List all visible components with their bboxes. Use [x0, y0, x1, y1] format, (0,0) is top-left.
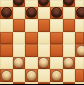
board-square[interactable] — [13, 82, 26, 85]
board-square — [75, 19, 84, 32]
board-square — [75, 57, 84, 70]
board-square — [63, 44, 76, 57]
board-square — [13, 7, 26, 20]
checker-piece-dark[interactable] — [76, 7, 84, 18]
board-square — [13, 44, 26, 57]
board-square — [0, 19, 13, 32]
board-square[interactable] — [75, 69, 84, 82]
board-square — [50, 19, 63, 32]
board-square — [38, 44, 51, 57]
board-square[interactable] — [38, 19, 51, 32]
board-square — [25, 57, 38, 70]
board-square — [13, 32, 26, 45]
board-square — [38, 69, 51, 82]
checker-piece-dark[interactable] — [51, 7, 62, 18]
board-square — [0, 57, 13, 70]
board-square — [50, 82, 63, 85]
board-square[interactable] — [13, 19, 26, 32]
board-square — [75, 82, 84, 85]
board-square — [13, 69, 26, 82]
checker-piece-light[interactable] — [76, 45, 84, 56]
board-square — [50, 57, 63, 70]
board-square[interactable] — [25, 44, 38, 57]
board-square — [63, 7, 76, 20]
board-square[interactable] — [0, 32, 13, 45]
board-square — [0, 82, 13, 85]
checker-piece-light[interactable] — [26, 70, 37, 81]
board-square[interactable] — [25, 32, 38, 45]
board-square[interactable] — [50, 32, 63, 45]
board-square[interactable] — [38, 82, 51, 85]
board-square[interactable] — [0, 44, 13, 57]
board-square[interactable] — [63, 82, 76, 85]
board-square — [38, 7, 51, 20]
board-square[interactable] — [50, 44, 63, 57]
board-square — [25, 19, 38, 32]
board-square[interactable] — [75, 32, 84, 45]
board-square — [63, 69, 76, 82]
board-square — [38, 32, 51, 45]
board-square[interactable] — [63, 19, 76, 32]
checker-piece-light[interactable] — [51, 70, 62, 81]
checker-piece-dark[interactable] — [26, 7, 37, 18]
board-square — [25, 82, 38, 85]
checker-piece-dark[interactable] — [1, 7, 12, 18]
board-square — [63, 32, 76, 45]
checker-piece-light[interactable] — [1, 70, 12, 81]
checkers-board — [0, 0, 84, 84]
